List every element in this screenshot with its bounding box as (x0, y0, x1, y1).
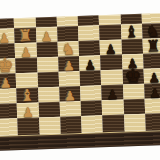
square-f7[interactable] (99, 25, 121, 41)
white-king-a5[interactable]: ♚ (0, 55, 14, 75)
square-h6[interactable]: ♜ (142, 38, 160, 54)
square-f1[interactable] (102, 114, 124, 132)
square-b3[interactable]: ♝ (16, 87, 38, 103)
square-f4[interactable] (101, 70, 123, 86)
black-king-g4[interactable]: ♚ (124, 66, 142, 86)
square-d6[interactable]: ♞ (57, 41, 79, 57)
square-c2[interactable] (38, 102, 60, 118)
chess-board: ♟♜♟♝♞♟♞♟♜♚♟♟♟♟♚♟♝♟♟♟♟ (0, 13, 160, 151)
square-c5[interactable] (37, 57, 59, 73)
square-a2[interactable] (0, 103, 17, 119)
square-e7[interactable] (78, 25, 100, 41)
square-f6[interactable]: ♟ (100, 40, 122, 56)
square-a5[interactable]: ♚ (0, 58, 16, 74)
square-c1[interactable] (39, 117, 61, 135)
white-pawn-b2[interactable]: ♟ (22, 106, 34, 119)
square-c4[interactable] (37, 72, 59, 88)
square-e2[interactable] (81, 100, 103, 116)
white-pawn-d3[interactable]: ♟ (64, 89, 76, 102)
square-e5[interactable]: ♟ (79, 55, 101, 71)
square-g4[interactable]: ♚ (122, 69, 144, 85)
black-bishop-g7[interactable]: ♝ (124, 24, 139, 40)
square-d3[interactable]: ♟ (59, 86, 81, 102)
white-pawn-c7[interactable]: ♟ (40, 30, 52, 43)
square-c7[interactable]: ♟ (36, 27, 58, 43)
square-a4[interactable]: ♟ (0, 73, 16, 89)
square-b7[interactable]: ♜ (14, 28, 36, 44)
square-c3[interactable] (38, 87, 60, 103)
square-g2[interactable] (123, 99, 145, 115)
white-knight-d6[interactable]: ♞ (61, 41, 76, 57)
board-squares: ♟♜♟♝♞♟♞♟♜♚♟♟♟♟♚♟♝♟♟♟♟ (0, 13, 160, 136)
square-f3[interactable]: ♟ (101, 85, 123, 101)
white-pawn-b6[interactable]: ♟ (20, 46, 32, 59)
square-g1[interactable] (124, 114, 146, 132)
white-bishop-b3[interactable]: ♝ (20, 88, 35, 104)
black-pawn-f6[interactable]: ♟ (105, 43, 117, 56)
square-h4[interactable]: ♟ (143, 68, 160, 84)
black-pawn-h4[interactable]: ♟ (148, 71, 160, 84)
square-b1[interactable] (17, 117, 39, 135)
white-rook-b7[interactable]: ♜ (18, 28, 33, 44)
square-h3[interactable]: ♟ (144, 83, 160, 99)
square-d1[interactable] (60, 116, 82, 134)
square-g7[interactable]: ♝ (121, 24, 143, 40)
black-pawn-e5[interactable]: ♟ (84, 58, 96, 71)
white-pawn-a7[interactable]: ♟ (0, 31, 10, 44)
black-rook-h6[interactable]: ♜ (146, 38, 160, 54)
photo-scene: ♟♜♟♝♞♟♞♟♜♚♟♟♟♟♚♟♝♟♟♟♟ (0, 0, 160, 160)
square-a7[interactable]: ♟ (0, 28, 15, 44)
square-e1[interactable] (81, 115, 103, 133)
square-h1[interactable] (145, 113, 160, 131)
black-pawn-h3[interactable]: ♟ (149, 86, 160, 99)
white-pawn-a4[interactable]: ♟ (0, 76, 12, 89)
square-a1[interactable] (0, 118, 18, 136)
white-pawn-d5[interactable]: ♟ (63, 59, 75, 72)
black-pawn-f3[interactable]: ♟ (106, 88, 118, 101)
square-e3[interactable] (80, 85, 102, 101)
square-e6[interactable] (79, 40, 101, 56)
